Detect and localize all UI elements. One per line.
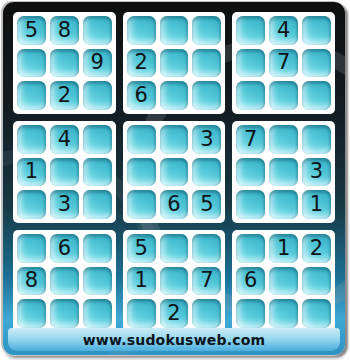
sudoku-board: 58922647413365731685172126 www.sudokuswe… — [3, 2, 345, 355]
cell-r7c6[interactable] — [192, 234, 221, 263]
box-panel-9: 126 — [232, 230, 335, 332]
cell-r2c7[interactable] — [236, 49, 265, 78]
cell-r4c4[interactable] — [127, 125, 156, 154]
cell-r9c7[interactable] — [236, 299, 265, 328]
cell-r2c1[interactable] — [17, 49, 46, 78]
box-panel-6: 731 — [232, 121, 335, 223]
cell-r5c1[interactable]: 1 — [17, 158, 46, 187]
cell-r2c3[interactable]: 9 — [83, 49, 112, 78]
cell-r9c9[interactable] — [302, 299, 331, 328]
cell-r4c3[interactable] — [83, 125, 112, 154]
cell-r7c3[interactable] — [83, 234, 112, 263]
cell-r4c9[interactable] — [302, 125, 331, 154]
cell-r7c1[interactable] — [17, 234, 46, 263]
box-panel-5: 365 — [123, 121, 226, 223]
cell-r4c2[interactable]: 4 — [50, 125, 79, 154]
site-url[interactable]: www.sudokusweb.com — [83, 332, 266, 348]
board-grid: 58922647413365731685172126 — [13, 12, 335, 332]
cell-r3c9[interactable] — [302, 81, 331, 110]
cell-r9c6[interactable] — [192, 299, 221, 328]
cell-r2c6[interactable] — [192, 49, 221, 78]
cell-r4c6[interactable]: 3 — [192, 125, 221, 154]
cell-r5c6[interactable] — [192, 158, 221, 187]
cell-r8c7[interactable]: 6 — [236, 267, 265, 296]
cell-r1c7[interactable] — [236, 16, 265, 45]
cell-r5c4[interactable] — [127, 158, 156, 187]
cell-r1c9[interactable] — [302, 16, 331, 45]
cell-r4c1[interactable] — [17, 125, 46, 154]
cell-r7c9[interactable]: 2 — [302, 234, 331, 263]
cell-r5c5[interactable] — [160, 158, 189, 187]
cell-r3c3[interactable] — [83, 81, 112, 110]
cell-r1c8[interactable]: 4 — [269, 16, 298, 45]
box-panel-2: 26 — [123, 12, 226, 114]
cell-r2c2[interactable] — [50, 49, 79, 78]
cell-r9c8[interactable] — [269, 299, 298, 328]
cell-r6c9[interactable]: 1 — [302, 190, 331, 219]
cell-r6c4[interactable] — [127, 190, 156, 219]
cell-r3c8[interactable] — [269, 81, 298, 110]
cell-r7c2[interactable]: 6 — [50, 234, 79, 263]
box-panel-7: 68 — [13, 230, 116, 332]
cell-r4c8[interactable] — [269, 125, 298, 154]
cell-r3c5[interactable] — [160, 81, 189, 110]
cell-r6c5[interactable]: 6 — [160, 190, 189, 219]
cell-r3c2[interactable]: 2 — [50, 81, 79, 110]
cell-r7c7[interactable] — [236, 234, 265, 263]
cell-r6c3[interactable] — [83, 190, 112, 219]
cell-r3c1[interactable] — [17, 81, 46, 110]
footer-band: www.sudokusweb.com — [8, 328, 340, 351]
cell-r7c8[interactable]: 1 — [269, 234, 298, 263]
cell-r9c3[interactable] — [83, 299, 112, 328]
box-panel-1: 5892 — [13, 12, 116, 114]
cell-r6c7[interactable] — [236, 190, 265, 219]
cell-r9c2[interactable] — [50, 299, 79, 328]
cell-r3c6[interactable] — [192, 81, 221, 110]
cell-r3c7[interactable] — [236, 81, 265, 110]
cell-r7c5[interactable] — [160, 234, 189, 263]
cell-r8c8[interactable] — [269, 267, 298, 296]
cell-r9c4[interactable] — [127, 299, 156, 328]
cell-r5c2[interactable] — [50, 158, 79, 187]
cell-r6c2[interactable]: 3 — [50, 190, 79, 219]
cell-r1c5[interactable] — [160, 16, 189, 45]
box-panel-3: 47 — [232, 12, 335, 114]
cell-r5c9[interactable]: 3 — [302, 158, 331, 187]
cell-r8c5[interactable] — [160, 267, 189, 296]
cell-r2c9[interactable] — [302, 49, 331, 78]
cell-r8c3[interactable] — [83, 267, 112, 296]
cell-r5c7[interactable] — [236, 158, 265, 187]
cell-r8c6[interactable]: 7 — [192, 267, 221, 296]
cell-r1c3[interactable] — [83, 16, 112, 45]
cell-r2c4[interactable]: 2 — [127, 49, 156, 78]
cell-r8c4[interactable]: 1 — [127, 267, 156, 296]
cell-r1c4[interactable] — [127, 16, 156, 45]
cell-r5c8[interactable] — [269, 158, 298, 187]
cell-r1c2[interactable]: 8 — [50, 16, 79, 45]
box-panel-4: 413 — [13, 121, 116, 223]
cell-r2c8[interactable]: 7 — [269, 49, 298, 78]
cell-r4c7[interactable]: 7 — [236, 125, 265, 154]
cell-r6c1[interactable] — [17, 190, 46, 219]
cell-r6c8[interactable] — [269, 190, 298, 219]
cell-r8c2[interactable] — [50, 267, 79, 296]
cell-r7c4[interactable]: 5 — [127, 234, 156, 263]
cell-r6c6[interactable]: 5 — [192, 190, 221, 219]
cell-r5c3[interactable] — [83, 158, 112, 187]
cell-r9c1[interactable] — [17, 299, 46, 328]
cell-r2c5[interactable] — [160, 49, 189, 78]
cell-r8c1[interactable]: 8 — [17, 267, 46, 296]
cell-r8c9[interactable] — [302, 267, 331, 296]
box-panel-8: 5172 — [123, 230, 226, 332]
cell-r1c1[interactable]: 5 — [17, 16, 46, 45]
cell-r1c6[interactable] — [192, 16, 221, 45]
cell-r3c4[interactable]: 6 — [127, 81, 156, 110]
cell-r4c5[interactable] — [160, 125, 189, 154]
cell-r9c5[interactable]: 2 — [160, 299, 189, 328]
